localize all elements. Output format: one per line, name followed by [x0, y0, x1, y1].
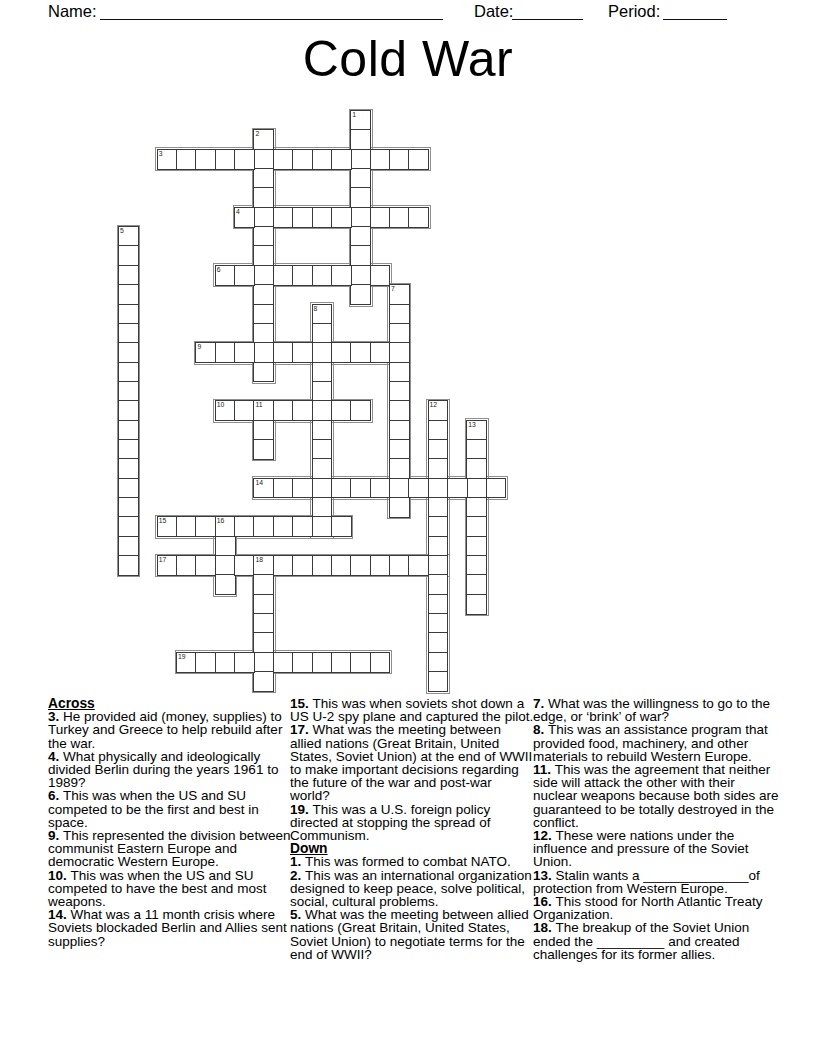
grid-cell[interactable] — [253, 304, 274, 325]
grid-cell[interactable] — [253, 362, 274, 383]
clue-3-across: 3. He provided aid (money, supplies) to … — [48, 710, 292, 750]
clue-number-label: 2 — [255, 130, 259, 137]
grid-cell[interactable] — [118, 245, 139, 266]
grid-cell[interactable] — [370, 207, 391, 228]
clue-number-label: 19 — [178, 653, 186, 660]
clue-number-label: 10 — [217, 401, 225, 408]
grid-cell[interactable] — [273, 516, 294, 537]
grid-cell[interactable] — [428, 516, 449, 537]
clue-13-down: 13. Stalin wants a ______________of prot… — [533, 869, 779, 895]
period-blank-line[interactable] — [663, 19, 727, 20]
grid-cell[interactable] — [350, 342, 371, 363]
grid-cell[interactable] — [389, 149, 410, 170]
date-blank-line[interactable] — [512, 19, 583, 20]
clue-11-down: 11. This was the agreement that neither … — [533, 763, 779, 829]
grid-cell[interactable] — [253, 516, 274, 537]
grid-cell[interactable] — [215, 342, 236, 363]
grid-cell[interactable] — [350, 652, 371, 673]
grid-cell[interactable] — [253, 420, 274, 441]
grid-cell[interactable] — [234, 265, 255, 286]
grid-cell[interactable] — [118, 265, 139, 286]
grid-cell[interactable] — [292, 478, 313, 499]
clue-number-label: 17 — [159, 556, 167, 563]
grid-cell[interactable] — [350, 168, 371, 189]
grid-cell[interactable]: 19 — [176, 652, 197, 673]
grid-cell[interactable] — [118, 439, 139, 460]
grid-cell[interactable] — [234, 342, 255, 363]
grid-cell[interactable] — [312, 420, 333, 441]
grid-cell[interactable] — [428, 652, 449, 673]
clue-number-label: 6 — [217, 266, 221, 273]
grid-cell[interactable] — [234, 516, 255, 537]
grid-cell[interactable] — [350, 226, 371, 247]
grid-cell[interactable] — [195, 555, 216, 576]
grid-cell[interactable] — [253, 342, 274, 363]
grid-cell[interactable] — [466, 497, 487, 518]
clue-8-down: 8. This was an assistance program that p… — [533, 723, 779, 763]
grid-cell[interactable]: 9 — [195, 342, 216, 363]
grid-cell[interactable] — [389, 381, 410, 402]
grid-cell[interactable]: 5 — [118, 226, 139, 247]
grid-cell[interactable] — [408, 555, 429, 576]
grid-cell[interactable] — [466, 536, 487, 557]
clue-number-label: 1 — [352, 111, 356, 118]
grid-cell[interactable] — [292, 516, 313, 537]
grid-cell[interactable] — [292, 555, 313, 576]
grid-cell[interactable] — [350, 400, 371, 421]
grid-cell[interactable] — [118, 478, 139, 499]
grid-cell[interactable] — [389, 478, 410, 499]
grid-cell[interactable] — [253, 226, 274, 247]
grid-cell[interactable] — [176, 516, 197, 537]
grid-cell[interactable] — [118, 400, 139, 421]
clue-number-label: 5 — [120, 227, 124, 234]
grid-cell[interactable] — [428, 478, 449, 499]
grid-cell[interactable] — [350, 129, 371, 150]
grid-cell[interactable]: 4 — [234, 207, 255, 228]
grid-cell[interactable] — [215, 574, 236, 595]
grid-cell[interactable] — [331, 555, 352, 576]
grid-cell[interactable] — [408, 149, 429, 170]
clue-2-down: 2. This was an international organizatio… — [290, 869, 534, 909]
grid-cell[interactable] — [331, 207, 352, 228]
grid-cell[interactable] — [350, 207, 371, 228]
grid-cell[interactable] — [273, 400, 294, 421]
grid-cell[interactable]: 3 — [157, 149, 178, 170]
grid-cell[interactable] — [466, 439, 487, 460]
grid-cell[interactable]: 12 — [428, 400, 449, 421]
grid-cell[interactable] — [466, 458, 487, 479]
grid-cell[interactable] — [253, 207, 274, 228]
grid-cell[interactable] — [312, 458, 333, 479]
grid-cell[interactable]: 16 — [215, 516, 236, 537]
clue-number-label: 14 — [255, 479, 263, 486]
grid-cell[interactable] — [312, 400, 333, 421]
grid-cell[interactable] — [118, 497, 139, 518]
grid-cell[interactable] — [312, 381, 333, 402]
clue-number-label: 15 — [159, 517, 167, 524]
clue-7-down: 7. What was the willingness to go to the… — [533, 697, 779, 723]
clue-number-label: 13 — [468, 421, 476, 428]
grid-cell[interactable] — [253, 323, 274, 344]
grid-cell[interactable] — [273, 652, 294, 673]
grid-cell[interactable] — [428, 536, 449, 557]
grid-cell[interactable] — [350, 245, 371, 266]
grid-cell[interactable] — [312, 362, 333, 383]
grid-cell[interactable] — [118, 516, 139, 537]
grid-cell[interactable]: 17 — [157, 555, 178, 576]
grid-cell[interactable]: 7 — [389, 284, 410, 305]
date-label: Date: — [474, 2, 513, 21]
grid-cell[interactable] — [195, 652, 216, 673]
grid-cell[interactable] — [370, 555, 391, 576]
grid-cell[interactable]: 10 — [215, 400, 236, 421]
grid-cell[interactable] — [428, 555, 449, 576]
grid-cell[interactable]: 6 — [215, 265, 236, 286]
grid-cell[interactable] — [118, 420, 139, 441]
grid-cell[interactable] — [253, 265, 274, 286]
grid-cell[interactable] — [273, 342, 294, 363]
grid-cell[interactable] — [331, 478, 352, 499]
clue-number-label: 12 — [430, 401, 438, 408]
grid-cell[interactable] — [273, 478, 294, 499]
grid-cell[interactable] — [331, 516, 352, 537]
grid-cell[interactable]: 2 — [253, 129, 274, 150]
crossword-grid: 12345678910111213141516171819 — [118, 110, 506, 691]
clue-10-across: 10. This was when the US and SU competed… — [48, 869, 292, 909]
grid-cell[interactable] — [428, 497, 449, 518]
grid-cell[interactable] — [273, 555, 294, 576]
grid-cell[interactable] — [350, 187, 371, 208]
grid-cell[interactable] — [215, 149, 236, 170]
grid-cell[interactable] — [292, 207, 313, 228]
grid-cell[interactable] — [370, 265, 391, 286]
grid-cell[interactable] — [408, 478, 429, 499]
grid-cell[interactable] — [253, 245, 274, 266]
clue-4-across: 4. What physically and ideologically div… — [48, 750, 292, 790]
grid-cell[interactable] — [312, 207, 333, 228]
grid-cell[interactable]: 14 — [253, 478, 274, 499]
grid-cell[interactable] — [292, 342, 313, 363]
grid-cell[interactable] — [234, 400, 255, 421]
grid-cell[interactable] — [215, 555, 236, 576]
grid-cell[interactable] — [215, 536, 236, 557]
grid-cell[interactable] — [312, 439, 333, 460]
grid-cell[interactable] — [312, 497, 333, 518]
clue-16-down: 16. This stood for North Atlantic Treaty… — [533, 895, 779, 921]
grid-cell[interactable] — [273, 149, 294, 170]
clues-column-2: 15. This was when soviets shot down a US… — [290, 697, 534, 961]
grid-cell[interactable] — [253, 168, 274, 189]
grid-cell[interactable] — [466, 594, 487, 615]
grid-cell[interactable] — [215, 652, 236, 673]
clue-number-label: 9 — [197, 343, 201, 350]
puzzle-title: Cold War — [0, 30, 816, 88]
grid-cell[interactable] — [195, 149, 216, 170]
grid-cell[interactable] — [389, 439, 410, 460]
grid-cell[interactable] — [389, 304, 410, 325]
grid-cell[interactable] — [428, 632, 449, 653]
grid-cell[interactable] — [370, 149, 391, 170]
grid-cell[interactable] — [389, 497, 410, 518]
grid-cell[interactable] — [118, 342, 139, 363]
clue-12-down: 12. These were nations under the influen… — [533, 829, 779, 869]
grid-cell[interactable] — [176, 149, 197, 170]
grid-cell[interactable] — [370, 342, 391, 363]
grid-cell[interactable] — [253, 671, 274, 692]
grid-cell[interactable] — [466, 574, 487, 595]
clue-number-label: 7 — [391, 285, 395, 292]
grid-cell[interactable] — [253, 652, 274, 673]
grid-cell[interactable] — [466, 478, 487, 499]
grid-cell[interactable] — [350, 478, 371, 499]
grid-cell[interactable] — [292, 265, 313, 286]
grid-cell[interactable]: 15 — [157, 516, 178, 537]
grid-cell[interactable] — [292, 149, 313, 170]
grid-cell[interactable]: 1 — [350, 110, 371, 131]
grid-cell[interactable] — [253, 632, 274, 653]
grid-cell[interactable] — [389, 323, 410, 344]
grid-cell[interactable] — [312, 323, 333, 344]
grid-cell[interactable] — [312, 555, 333, 576]
grid-cell[interactable] — [118, 458, 139, 479]
grid-cell[interactable] — [176, 555, 197, 576]
grid-cell[interactable] — [389, 420, 410, 441]
grid-cell[interactable] — [118, 304, 139, 325]
worksheet-page: Name: Date: Period: Cold War 12345678910… — [0, 0, 816, 1056]
grid-cell[interactable] — [331, 149, 352, 170]
grid-cell[interactable] — [292, 400, 313, 421]
grid-cell[interactable] — [408, 207, 429, 228]
grid-cell[interactable] — [370, 478, 391, 499]
grid-cell[interactable] — [312, 265, 333, 286]
grid-cell[interactable] — [447, 478, 468, 499]
grid-cell[interactable] — [428, 420, 449, 441]
grid-cell[interactable] — [466, 555, 487, 576]
grid-cell[interactable] — [428, 439, 449, 460]
clue-5-down: 5. What was the meeting between allied n… — [290, 908, 534, 961]
grid-cell[interactable] — [350, 149, 371, 170]
clue-19-across: 19. This was a U.S. foreign policy direc… — [290, 803, 534, 843]
clue-number-label: 8 — [314, 305, 318, 312]
grid-cell[interactable] — [253, 284, 274, 305]
clue-6-across: 6. This was when the US and SU competed … — [48, 789, 292, 829]
clue-14-across: 14. What was a 11 month crisis where Sov… — [48, 908, 292, 948]
grid-cell[interactable] — [331, 400, 352, 421]
grid-cell[interactable] — [428, 613, 449, 634]
grid-cell[interactable] — [253, 574, 274, 595]
grid-cell[interactable] — [428, 671, 449, 692]
clue-number-label: 18 — [255, 556, 263, 563]
period-label: Period: — [608, 2, 660, 21]
grid-cell[interactable] — [253, 149, 274, 170]
grid-cell[interactable] — [253, 613, 274, 634]
grid-cell[interactable] — [389, 555, 410, 576]
grid-cell[interactable] — [234, 652, 255, 673]
name-label: Name: — [48, 2, 97, 21]
grid-cell[interactable]: 8 — [312, 304, 333, 325]
clue-1-down: 1. This was formed to combat NATO. — [290, 855, 534, 868]
grid-cell[interactable] — [253, 187, 274, 208]
grid-cell[interactable] — [389, 400, 410, 421]
grid-cell[interactable] — [253, 594, 274, 615]
grid-cell[interactable] — [350, 265, 371, 286]
grid-cell[interactable] — [118, 536, 139, 557]
grid-cell[interactable] — [234, 555, 255, 576]
grid-cell[interactable] — [331, 342, 352, 363]
grid-cell[interactable] — [253, 439, 274, 460]
grid-cell[interactable] — [331, 265, 352, 286]
grid-cell[interactable] — [350, 284, 371, 305]
grid-cell[interactable] — [428, 458, 449, 479]
clue-number-label: 11 — [255, 401, 262, 408]
clue-15-across: 15. This was when soviets shot down a US… — [290, 697, 534, 723]
grid-cell[interactable] — [118, 362, 139, 383]
grid-cell[interactable]: 11 — [253, 400, 274, 421]
grid-cell[interactable] — [118, 381, 139, 402]
grid-cell[interactable] — [312, 652, 333, 673]
clues-column-1: Across3. He provided aid (money, supplie… — [48, 697, 292, 948]
grid-cell[interactable] — [312, 478, 333, 499]
grid-cell[interactable] — [331, 652, 352, 673]
clue-9-across: 9. This represented the division between… — [48, 829, 292, 869]
grid-cell[interactable] — [273, 265, 294, 286]
grid-cell[interactable] — [118, 323, 139, 344]
grid-cell[interactable] — [350, 555, 371, 576]
grid-cell[interactable] — [195, 516, 216, 537]
grid-cell[interactable]: 18 — [253, 555, 274, 576]
grid-cell[interactable] — [486, 478, 507, 499]
grid-cell[interactable] — [118, 284, 139, 305]
grid-cell[interactable] — [312, 516, 333, 537]
grid-cell[interactable] — [234, 149, 255, 170]
grid-cell[interactable]: 13 — [466, 420, 487, 441]
grid-cell[interactable] — [389, 342, 410, 363]
grid-cell[interactable] — [389, 362, 410, 383]
clue-number-label: 3 — [159, 150, 163, 157]
clue-18-down: 18. The breakup of the Soviet Union ende… — [533, 921, 779, 961]
grid-cell[interactable] — [389, 458, 410, 479]
grid-cell[interactable] — [312, 149, 333, 170]
grid-cell[interactable] — [118, 555, 139, 576]
grid-cell[interactable] — [312, 342, 333, 363]
name-blank-line[interactable] — [100, 19, 443, 20]
grid-cell[interactable] — [428, 594, 449, 615]
grid-cell[interactable] — [273, 207, 294, 228]
grid-cell[interactable] — [292, 652, 313, 673]
clue-17-across: 17. What was the meeting between allied … — [290, 723, 534, 802]
clue-number-label: 16 — [217, 517, 225, 524]
grid-cell[interactable] — [389, 207, 410, 228]
grid-cell[interactable] — [370, 652, 391, 673]
grid-cell[interactable] — [428, 574, 449, 595]
grid-cell[interactable] — [466, 516, 487, 537]
clues-column-3: 7. What was the willingness to go to the… — [533, 697, 779, 961]
clue-number-label: 4 — [236, 208, 240, 215]
